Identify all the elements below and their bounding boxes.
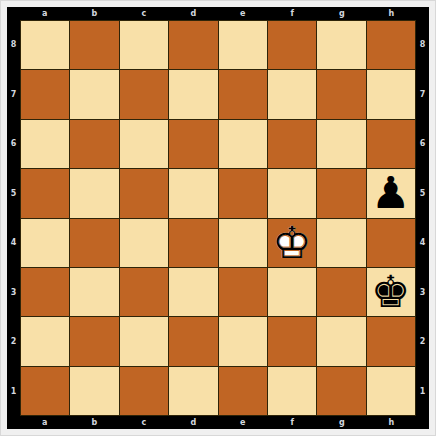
- rank-label-8: 8: [7, 20, 20, 70]
- square-f6[interactable]: [268, 120, 316, 168]
- file-label-c: c: [119, 416, 169, 429]
- file-label-b: b: [70, 416, 120, 429]
- square-c7[interactable]: [120, 70, 168, 118]
- square-e7[interactable]: [219, 70, 267, 118]
- white-king[interactable]: ♚♔: [272, 221, 311, 265]
- square-a7[interactable]: [21, 70, 69, 118]
- square-b8[interactable]: [70, 21, 118, 69]
- rank-label-5: 5: [7, 169, 20, 219]
- square-h4[interactable]: [367, 219, 415, 267]
- square-d2[interactable]: [169, 317, 217, 365]
- file-label-f: f: [268, 416, 318, 429]
- square-g6[interactable]: [317, 120, 365, 168]
- square-c1[interactable]: [120, 367, 168, 415]
- square-h6[interactable]: [367, 120, 415, 168]
- rank-label-2: 2: [7, 317, 20, 367]
- square-a4[interactable]: [21, 219, 69, 267]
- file-label-f: f: [268, 7, 318, 20]
- square-h1[interactable]: [367, 367, 415, 415]
- rank-label-2: 2: [416, 317, 429, 367]
- file-label-b: b: [70, 7, 120, 20]
- rank-label-4: 4: [7, 218, 20, 268]
- square-a8[interactable]: [21, 21, 69, 69]
- square-h2[interactable]: [367, 317, 415, 365]
- file-label-e: e: [218, 7, 268, 20]
- square-g4[interactable]: [317, 219, 365, 267]
- square-f7[interactable]: [268, 70, 316, 118]
- file-label-h: h: [367, 7, 417, 20]
- piece-glyph: ♚: [371, 270, 410, 314]
- square-e2[interactable]: [219, 317, 267, 365]
- square-e6[interactable]: [219, 120, 267, 168]
- square-b6[interactable]: [70, 120, 118, 168]
- chessboard: ♟♚♔♚: [20, 20, 416, 416]
- file-label-a: a: [20, 7, 70, 20]
- square-f1[interactable]: [268, 367, 316, 415]
- piece-glyph: ♟: [371, 171, 410, 215]
- square-f5[interactable]: [268, 169, 316, 217]
- square-g8[interactable]: [317, 21, 365, 69]
- square-c6[interactable]: [120, 120, 168, 168]
- square-e8[interactable]: [219, 21, 267, 69]
- square-g1[interactable]: [317, 367, 365, 415]
- file-label-h: h: [367, 416, 417, 429]
- file-label-g: g: [317, 7, 367, 20]
- square-e3[interactable]: [219, 268, 267, 316]
- square-b3[interactable]: [70, 268, 118, 316]
- rank-label-7: 7: [7, 70, 20, 120]
- square-b4[interactable]: [70, 219, 118, 267]
- square-b1[interactable]: [70, 367, 118, 415]
- square-g5[interactable]: [317, 169, 365, 217]
- black-pawn[interactable]: ♟: [371, 171, 410, 215]
- file-label-d: d: [169, 7, 219, 20]
- square-h3[interactable]: ♚: [367, 268, 415, 316]
- square-a1[interactable]: [21, 367, 69, 415]
- square-g7[interactable]: [317, 70, 365, 118]
- rank-label-8: 8: [416, 20, 429, 70]
- square-a2[interactable]: [21, 317, 69, 365]
- file-label-c: c: [119, 7, 169, 20]
- file-label-d: d: [169, 416, 219, 429]
- file-label-a: a: [20, 416, 70, 429]
- square-e4[interactable]: [219, 219, 267, 267]
- rank-label-3: 3: [416, 268, 429, 318]
- square-d3[interactable]: [169, 268, 217, 316]
- rank-label-1: 1: [7, 367, 20, 417]
- square-f3[interactable]: [268, 268, 316, 316]
- rank-labels-right: 87654321: [416, 20, 429, 416]
- square-c4[interactable]: [120, 219, 168, 267]
- square-d5[interactable]: [169, 169, 217, 217]
- square-h5[interactable]: ♟: [367, 169, 415, 217]
- square-h7[interactable]: [367, 70, 415, 118]
- square-c5[interactable]: [120, 169, 168, 217]
- rank-label-4: 4: [416, 218, 429, 268]
- rank-label-1: 1: [416, 367, 429, 417]
- rank-label-7: 7: [416, 70, 429, 120]
- square-e1[interactable]: [219, 367, 267, 415]
- square-c2[interactable]: [120, 317, 168, 365]
- file-labels-bottom: abcdefgh: [20, 416, 416, 429]
- square-e5[interactable]: [219, 169, 267, 217]
- file-label-e: e: [218, 416, 268, 429]
- chessboard-frame: abcdefgh 87654321 ♟♚♔♚ 87654321 abcdefgh: [7, 7, 429, 429]
- square-a3[interactable]: [21, 268, 69, 316]
- square-c3[interactable]: [120, 268, 168, 316]
- square-d4[interactable]: [169, 219, 217, 267]
- piece-outline-layer: ♔: [272, 221, 311, 265]
- square-b5[interactable]: [70, 169, 118, 217]
- square-a6[interactable]: [21, 120, 69, 168]
- rank-label-6: 6: [416, 119, 429, 169]
- square-d1[interactable]: [169, 367, 217, 415]
- square-f4[interactable]: ♚♔: [268, 219, 316, 267]
- square-b7[interactable]: [70, 70, 118, 118]
- rank-label-3: 3: [7, 268, 20, 318]
- square-g3[interactable]: [317, 268, 365, 316]
- rank-labels-left: 87654321: [7, 20, 20, 416]
- rank-label-5: 5: [416, 169, 429, 219]
- square-f2[interactable]: [268, 317, 316, 365]
- square-g2[interactable]: [317, 317, 365, 365]
- file-labels-top: abcdefgh: [20, 7, 416, 20]
- screen: abcdefgh 87654321 ♟♚♔♚ 87654321 abcdefgh: [0, 0, 436, 436]
- square-h8[interactable]: [367, 21, 415, 69]
- black-king[interactable]: ♚: [371, 270, 410, 314]
- file-label-g: g: [317, 416, 367, 429]
- square-d6[interactable]: [169, 120, 217, 168]
- square-d8[interactable]: [169, 21, 217, 69]
- rank-label-6: 6: [7, 119, 20, 169]
- square-b2[interactable]: [70, 317, 118, 365]
- square-f8[interactable]: [268, 21, 316, 69]
- square-d7[interactable]: [169, 70, 217, 118]
- square-a5[interactable]: [21, 169, 69, 217]
- square-c8[interactable]: [120, 21, 168, 69]
